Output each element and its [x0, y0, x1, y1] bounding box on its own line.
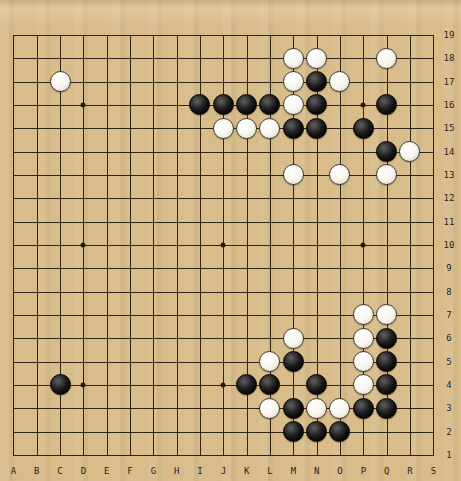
row-label: 19 — [444, 30, 455, 40]
white-stone[interactable] — [306, 398, 327, 419]
black-stone[interactable] — [259, 374, 280, 395]
white-stone[interactable] — [283, 48, 304, 69]
black-stone[interactable] — [376, 398, 397, 419]
white-stone[interactable] — [283, 94, 304, 115]
white-stone[interactable] — [376, 304, 397, 325]
white-stone[interactable] — [259, 118, 280, 139]
row-label: 8 — [446, 287, 451, 297]
black-stone[interactable] — [376, 94, 397, 115]
white-stone[interactable] — [329, 164, 350, 185]
white-stone[interactable] — [213, 118, 234, 139]
column-label: M — [291, 466, 296, 476]
row-label: 12 — [444, 193, 455, 203]
column-label: S — [431, 466, 436, 476]
row-label: 16 — [444, 100, 455, 110]
row-label: 17 — [444, 77, 455, 87]
column-label: O — [337, 466, 342, 476]
white-stone[interactable] — [376, 48, 397, 69]
row-label: 11 — [444, 217, 455, 227]
row-label: 2 — [446, 427, 451, 437]
row-label: 3 — [446, 403, 451, 413]
column-label: L — [267, 466, 272, 476]
column-label: K — [244, 466, 249, 476]
black-stone[interactable] — [376, 374, 397, 395]
column-label: F — [127, 466, 132, 476]
white-stone[interactable] — [399, 141, 420, 162]
black-stone[interactable] — [283, 351, 304, 372]
black-stone[interactable] — [50, 374, 71, 395]
column-label: A — [11, 466, 16, 476]
column-label: N — [314, 466, 319, 476]
column-label: C — [57, 466, 62, 476]
black-stone[interactable] — [353, 118, 374, 139]
white-stone[interactable] — [329, 71, 350, 92]
white-stone[interactable] — [306, 48, 327, 69]
white-stone[interactable] — [259, 351, 280, 372]
black-stone[interactable] — [306, 421, 327, 442]
column-label: J — [221, 466, 226, 476]
row-label: 4 — [446, 380, 451, 390]
row-label: 10 — [444, 240, 455, 250]
black-stone[interactable] — [236, 94, 257, 115]
black-stone[interactable] — [306, 118, 327, 139]
column-label: D — [81, 466, 86, 476]
black-stone[interactable] — [376, 351, 397, 372]
black-stone[interactable] — [236, 374, 257, 395]
white-stone[interactable] — [353, 351, 374, 372]
black-stone[interactable] — [283, 421, 304, 442]
column-label: H — [174, 466, 179, 476]
row-label: 15 — [444, 123, 455, 133]
row-label: 9 — [446, 263, 451, 273]
column-label: Q — [384, 466, 389, 476]
white-stone[interactable] — [353, 304, 374, 325]
white-stone[interactable] — [283, 164, 304, 185]
white-stone[interactable] — [329, 398, 350, 419]
black-stone[interactable] — [189, 94, 210, 115]
row-label: 1 — [446, 450, 451, 460]
white-stone[interactable] — [353, 328, 374, 349]
white-stone[interactable] — [259, 398, 280, 419]
black-stone[interactable] — [353, 398, 374, 419]
stones-layer — [2, 23, 445, 466]
white-stone[interactable] — [50, 71, 71, 92]
black-stone[interactable] — [329, 421, 350, 442]
white-stone[interactable] — [376, 164, 397, 185]
column-label: P — [361, 466, 366, 476]
white-stone[interactable] — [283, 71, 304, 92]
row-label: 6 — [446, 333, 451, 343]
column-label: I — [197, 466, 202, 476]
black-stone[interactable] — [306, 94, 327, 115]
black-stone[interactable] — [213, 94, 234, 115]
column-label: E — [104, 466, 109, 476]
white-stone[interactable] — [283, 328, 304, 349]
white-stone[interactable] — [236, 118, 257, 139]
black-stone[interactable] — [306, 374, 327, 395]
black-stone[interactable] — [283, 398, 304, 419]
black-stone[interactable] — [283, 118, 304, 139]
row-label: 7 — [446, 310, 451, 320]
go-board[interactable]: ABCDEFGHIJKLMNOPQRS 19181716151413121110… — [0, 0, 461, 481]
row-label: 13 — [444, 170, 455, 180]
row-label: 18 — [444, 53, 455, 63]
white-stone[interactable] — [353, 374, 374, 395]
column-label: B — [34, 466, 39, 476]
row-label: 14 — [444, 147, 455, 157]
column-label: G — [151, 466, 156, 476]
column-label: R — [407, 466, 412, 476]
black-stone[interactable] — [376, 141, 397, 162]
black-stone[interactable] — [259, 94, 280, 115]
row-label: 5 — [446, 357, 451, 367]
black-stone[interactable] — [376, 328, 397, 349]
black-stone[interactable] — [306, 71, 327, 92]
